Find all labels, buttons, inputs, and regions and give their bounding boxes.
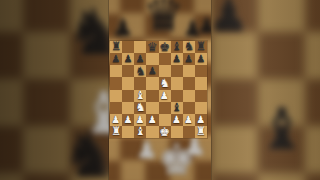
square-a2[interactable]: ♟	[110, 114, 122, 126]
black-pawn[interactable]: ♟	[196, 54, 205, 64]
black-bishop[interactable]: ♝	[172, 41, 182, 52]
square-d4[interactable]	[146, 90, 158, 102]
square-e7[interactable]	[159, 53, 171, 65]
black-pawn[interactable]: ♟	[136, 54, 145, 64]
square-c8[interactable]	[134, 41, 146, 53]
white-pawn[interactable]: ♟	[148, 114, 157, 124]
square-g6[interactable]	[183, 65, 195, 77]
square-f3[interactable]: ♝	[171, 102, 183, 114]
black-queen[interactable]: ♛	[147, 41, 158, 53]
white-pawn[interactable]: ♟	[172, 114, 181, 124]
square-h8[interactable]: ♜	[195, 41, 207, 53]
square-b5[interactable]	[122, 77, 134, 89]
square-d7[interactable]	[146, 53, 158, 65]
square-c1[interactable]: ♝	[134, 126, 146, 138]
square-h5[interactable]	[195, 77, 207, 89]
square-d6[interactable]: ♟	[146, 65, 158, 77]
square-f6[interactable]	[171, 65, 183, 77]
square-g2[interactable]: ♟	[183, 114, 195, 126]
square-g7[interactable]: ♟	[183, 53, 195, 65]
square-h1[interactable]: ♜	[195, 126, 207, 138]
square-f4[interactable]	[171, 90, 183, 102]
square-a7[interactable]: ♟	[110, 53, 122, 65]
square-d1[interactable]	[146, 126, 158, 138]
white-pawn[interactable]: ♟	[184, 114, 193, 124]
square-b3[interactable]	[122, 102, 134, 114]
white-pawn[interactable]: ♟	[112, 114, 121, 124]
square-d5[interactable]	[146, 77, 158, 89]
video-frame: ♞♝♞♟♝ ♟♛♟♟♟♚♟ ♜♛♚♝♞♜♟♟♟♟♟♟♞♟♞♝♟♞♝♟♟♟♟♟♟♟…	[0, 0, 320, 180]
square-c6[interactable]: ♞	[134, 65, 146, 77]
square-h7[interactable]: ♟	[195, 53, 207, 65]
square-e5[interactable]: ♞	[159, 77, 171, 89]
square-d3[interactable]	[146, 102, 158, 114]
white-pawn[interactable]: ♟	[124, 114, 133, 124]
square-a6[interactable]	[110, 65, 122, 77]
square-a3[interactable]	[110, 102, 122, 114]
white-bishop[interactable]: ♝	[135, 90, 145, 101]
square-c7[interactable]: ♟	[134, 53, 146, 65]
square-h4[interactable]	[195, 90, 207, 102]
white-knight[interactable]: ♞	[159, 77, 169, 88]
square-b4[interactable]	[122, 90, 134, 102]
white-knight[interactable]: ♞	[135, 102, 145, 113]
square-f2[interactable]: ♟	[171, 114, 183, 126]
white-pawn[interactable]: ♟	[196, 114, 205, 124]
black-pawn[interactable]: ♟	[112, 54, 121, 64]
black-knight[interactable]: ♞	[184, 41, 194, 52]
square-e3[interactable]	[159, 102, 171, 114]
black-king[interactable]: ♚	[159, 41, 170, 53]
black-pawn[interactable]: ♟	[184, 54, 193, 64]
square-f5[interactable]	[171, 77, 183, 89]
black-pawn[interactable]: ♟	[148, 66, 157, 76]
black-knight[interactable]: ♞	[135, 65, 145, 76]
square-e2[interactable]	[159, 114, 171, 126]
white-pawn[interactable]: ♟	[136, 114, 145, 124]
video-strip: ♟♛♟♟♟♚♟ ♜♛♚♝♞♜♟♟♟♟♟♟♞♟♞♝♟♞♝♟♟♟♟♟♟♟♜♝♚♜	[109, 0, 211, 180]
square-g1[interactable]	[183, 126, 195, 138]
black-pawn[interactable]: ♟	[124, 54, 133, 64]
square-f8[interactable]: ♝	[171, 41, 183, 53]
square-e8[interactable]: ♚	[159, 41, 171, 53]
square-g5[interactable]	[183, 77, 195, 89]
square-c4[interactable]: ♝	[134, 90, 146, 102]
square-g4[interactable]	[183, 90, 195, 102]
black-bishop[interactable]: ♝	[172, 102, 182, 113]
square-e4[interactable]: ♟	[159, 90, 171, 102]
white-bishop[interactable]: ♝	[135, 126, 145, 137]
square-b7[interactable]: ♟	[122, 53, 134, 65]
square-b6[interactable]	[122, 65, 134, 77]
square-c3[interactable]: ♞	[134, 102, 146, 114]
white-pawn[interactable]: ♟	[160, 90, 169, 100]
black-rook[interactable]: ♜	[196, 41, 206, 52]
square-e6[interactable]	[159, 65, 171, 77]
white-king[interactable]: ♚	[159, 126, 170, 138]
square-b1[interactable]	[122, 126, 134, 138]
square-g8[interactable]: ♞	[183, 41, 195, 53]
chess-board: ♜♛♚♝♞♜♟♟♟♟♟♟♞♟♞♝♟♞♝♟♟♟♟♟♟♟♜♝♚♜	[110, 41, 207, 138]
white-rook[interactable]: ♜	[111, 126, 121, 137]
square-f7[interactable]: ♟	[171, 53, 183, 65]
square-a4[interactable]	[110, 90, 122, 102]
square-a1[interactable]: ♜	[110, 126, 122, 138]
square-h6[interactable]	[195, 65, 207, 77]
black-rook[interactable]: ♜	[111, 41, 121, 52]
square-f1[interactable]	[171, 126, 183, 138]
square-d2[interactable]: ♟	[146, 114, 158, 126]
square-c2[interactable]: ♟	[134, 114, 146, 126]
square-b2[interactable]: ♟	[122, 114, 134, 126]
square-e1[interactable]: ♚	[159, 126, 171, 138]
black-pawn[interactable]: ♟	[172, 54, 181, 64]
square-a5[interactable]	[110, 77, 122, 89]
square-a8[interactable]: ♜	[110, 41, 122, 53]
square-c5[interactable]	[134, 77, 146, 89]
square-h2[interactable]: ♟	[195, 114, 207, 126]
square-g3[interactable]	[183, 102, 195, 114]
square-d8[interactable]: ♛	[146, 41, 158, 53]
square-h3[interactable]	[195, 102, 207, 114]
white-rook[interactable]: ♜	[196, 126, 206, 137]
square-b8[interactable]	[122, 41, 134, 53]
